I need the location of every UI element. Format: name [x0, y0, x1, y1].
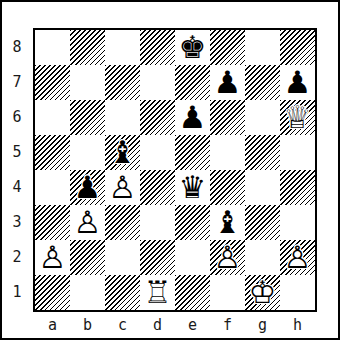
white-rook-backing: ♜: [140, 275, 175, 310]
square-d4[interactable]: [140, 170, 175, 205]
square-a5[interactable]: [35, 135, 70, 170]
square-e8[interactable]: ♚♚: [175, 30, 210, 65]
square-b6[interactable]: [70, 100, 105, 135]
square-h2[interactable]: ♟♙: [280, 240, 315, 275]
file-label-a: a: [35, 314, 70, 336]
black-pawn-backing: ♟: [210, 65, 245, 100]
square-a4[interactable]: [35, 170, 70, 205]
square-f8[interactable]: [210, 30, 245, 65]
white-pawn-backing: ♟: [70, 205, 105, 240]
black-queen-icon: ♛: [175, 170, 210, 205]
square-g1[interactable]: ♚♔: [245, 275, 280, 310]
black-pawn-icon: ♟: [280, 65, 315, 100]
piece-white-pawn[interactable]: ♟♙: [210, 240, 245, 275]
square-c5[interactable]: ♝♝: [105, 135, 140, 170]
piece-black-queen[interactable]: ♛♛: [175, 170, 210, 205]
square-f6[interactable]: [210, 100, 245, 135]
square-e5[interactable]: [175, 135, 210, 170]
piece-black-pawn[interactable]: ♟♟: [175, 100, 210, 135]
white-pawn-backing: ♟: [105, 170, 140, 205]
square-b1[interactable]: [70, 275, 105, 310]
square-d5[interactable]: [140, 135, 175, 170]
black-pawn-backing: ♟: [280, 65, 315, 100]
black-pawn-backing: ♟: [70, 170, 105, 205]
black-king-icon: ♚: [175, 30, 210, 65]
piece-white-pawn[interactable]: ♟♙: [70, 205, 105, 240]
file-label-f: f: [210, 314, 245, 336]
square-b5[interactable]: [70, 135, 105, 170]
square-f4[interactable]: [210, 170, 245, 205]
square-e2[interactable]: [175, 240, 210, 275]
square-h8[interactable]: [280, 30, 315, 65]
piece-black-bishop[interactable]: ♝♝: [105, 135, 140, 170]
black-bishop-backing: ♝: [105, 135, 140, 170]
piece-white-queen[interactable]: ♛♕: [280, 100, 315, 135]
rank-label-1: 1: [4, 275, 30, 310]
file-label-d: d: [140, 314, 175, 336]
square-c1[interactable]: [105, 275, 140, 310]
white-king-icon: ♔: [245, 275, 280, 310]
square-a6[interactable]: [35, 100, 70, 135]
white-pawn-backing: ♟: [210, 240, 245, 275]
square-c3[interactable]: [105, 205, 140, 240]
square-g3[interactable]: [245, 205, 280, 240]
square-g5[interactable]: [245, 135, 280, 170]
square-g4[interactable]: [245, 170, 280, 205]
square-a3[interactable]: [35, 205, 70, 240]
rank-label-6: 6: [4, 100, 30, 135]
square-h5[interactable]: [280, 135, 315, 170]
file-label-c: c: [105, 314, 140, 336]
black-bishop-icon: ♝: [210, 205, 245, 240]
square-h3[interactable]: [280, 205, 315, 240]
square-d8[interactable]: [140, 30, 175, 65]
file-label-e: e: [175, 314, 210, 336]
piece-white-rook[interactable]: ♜♖: [140, 275, 175, 310]
rank-label-3: 3: [4, 205, 30, 240]
square-h6[interactable]: ♛♕: [280, 100, 315, 135]
square-d6[interactable]: [140, 100, 175, 135]
square-g2[interactable]: [245, 240, 280, 275]
square-c8[interactable]: [105, 30, 140, 65]
square-a2[interactable]: ♟♙: [35, 240, 70, 275]
square-e3[interactable]: [175, 205, 210, 240]
diagram-frame: 87654321 ♚♚♟♟♟♟♟♟♛♕♝♝♟♟♟♙♛♛♟♙♝♝♟♙♟♙♟♙♜♖♚…: [0, 0, 340, 340]
rank-label-8: 8: [4, 30, 30, 65]
white-pawn-icon: ♙: [280, 240, 315, 275]
white-pawn-icon: ♙: [105, 170, 140, 205]
square-b7[interactable]: [70, 65, 105, 100]
square-f7[interactable]: ♟♟: [210, 65, 245, 100]
square-b3[interactable]: ♟♙: [70, 205, 105, 240]
square-g8[interactable]: [245, 30, 280, 65]
white-queen-backing: ♛: [280, 100, 315, 135]
white-pawn-icon: ♙: [210, 240, 245, 275]
rank-labels: 87654321: [4, 30, 30, 310]
square-g7[interactable]: [245, 65, 280, 100]
square-b8[interactable]: [70, 30, 105, 65]
piece-white-pawn[interactable]: ♟♙: [105, 170, 140, 205]
rank-label-2: 2: [4, 240, 30, 275]
square-f2[interactable]: ♟♙: [210, 240, 245, 275]
square-c4[interactable]: ♟♙: [105, 170, 140, 205]
white-pawn-icon: ♙: [70, 205, 105, 240]
piece-black-pawn[interactable]: ♟♟: [210, 65, 245, 100]
square-g6[interactable]: [245, 100, 280, 135]
square-a1[interactable]: [35, 275, 70, 310]
black-bishop-icon: ♝: [105, 135, 140, 170]
square-b2[interactable]: [70, 240, 105, 275]
square-f5[interactable]: [210, 135, 245, 170]
piece-black-king[interactable]: ♚♚: [175, 30, 210, 65]
white-pawn-backing: ♟: [35, 240, 70, 275]
black-queen-backing: ♛: [175, 170, 210, 205]
black-pawn-backing: ♟: [175, 100, 210, 135]
piece-white-king[interactable]: ♚♔: [245, 275, 280, 310]
piece-black-bishop[interactable]: ♝♝: [210, 205, 245, 240]
square-f3[interactable]: ♝♝: [210, 205, 245, 240]
file-label-b: b: [70, 314, 105, 336]
black-bishop-backing: ♝: [210, 205, 245, 240]
square-e1[interactable]: [175, 275, 210, 310]
square-h1[interactable]: [280, 275, 315, 310]
square-d1[interactable]: ♜♖: [140, 275, 175, 310]
square-e7[interactable]: [175, 65, 210, 100]
piece-white-pawn[interactable]: ♟♙: [35, 240, 70, 275]
square-c2[interactable]: [105, 240, 140, 275]
square-d7[interactable]: [140, 65, 175, 100]
square-e6[interactable]: ♟♟: [175, 100, 210, 135]
square-e4[interactable]: ♛♛: [175, 170, 210, 205]
rank-label-5: 5: [4, 135, 30, 170]
white-queen-icon: ♕: [280, 100, 315, 135]
white-pawn-backing: ♟: [280, 240, 315, 275]
square-a8[interactable]: [35, 30, 70, 65]
square-b4[interactable]: ♟♟: [70, 170, 105, 205]
square-c7[interactable]: [105, 65, 140, 100]
file-label-h: h: [280, 314, 315, 336]
chess-board: ♚♚♟♟♟♟♟♟♛♕♝♝♟♟♟♙♛♛♟♙♝♝♟♙♟♙♟♙♜♖♚♔: [33, 28, 317, 312]
file-label-g: g: [245, 314, 280, 336]
file-labels: abcdefgh: [35, 314, 315, 336]
square-h7[interactable]: ♟♟: [280, 65, 315, 100]
white-rook-icon: ♖: [140, 275, 175, 310]
black-king-backing: ♚: [175, 30, 210, 65]
white-pawn-icon: ♙: [35, 240, 70, 275]
white-king-backing: ♚: [245, 275, 280, 310]
square-d2[interactable]: [140, 240, 175, 275]
square-d3[interactable]: [140, 205, 175, 240]
piece-white-pawn[interactable]: ♟♙: [280, 240, 315, 275]
black-pawn-icon: ♟: [70, 170, 105, 205]
rank-label-7: 7: [4, 65, 30, 100]
piece-black-pawn[interactable]: ♟♟: [70, 170, 105, 205]
square-h4[interactable]: [280, 170, 315, 205]
rank-label-4: 4: [4, 170, 30, 205]
piece-black-pawn[interactable]: ♟♟: [280, 65, 315, 100]
square-a7[interactable]: [35, 65, 70, 100]
square-f1[interactable]: [210, 275, 245, 310]
square-c6[interactable]: [105, 100, 140, 135]
black-pawn-icon: ♟: [210, 65, 245, 100]
black-pawn-icon: ♟: [175, 100, 210, 135]
